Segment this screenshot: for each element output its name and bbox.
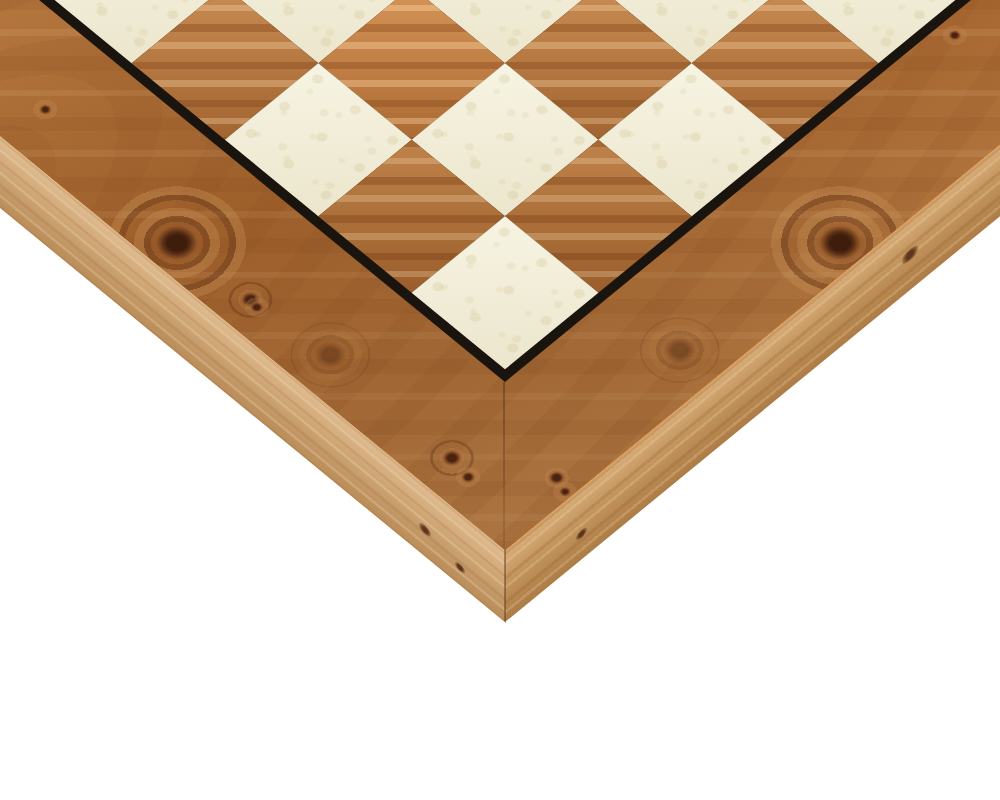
border-miter-seam (503, 382, 505, 550)
wood-knot (936, 20, 973, 50)
wood-knot (900, 241, 920, 269)
product-photo-canvas (0, 0, 1000, 800)
wood-knot (418, 520, 432, 541)
wood-knot (27, 94, 64, 124)
edge-miter-seam (504, 549, 506, 621)
wood-knot (454, 559, 466, 576)
wood-knot (575, 525, 588, 544)
